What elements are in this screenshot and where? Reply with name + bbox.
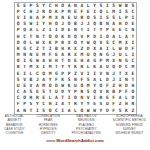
word-list-column-1: ANTISOCIALANXIETYBEHAVIORCASE STUDYCOGNI… [4,115,25,137]
word-search-grid: SEPSYCHOANALYSISWBSPCHJROKPMEFEIQLMISCVI… [14,2,137,115]
footer-url-prefix: www. [46,138,56,143]
word-list-column-3: IVAN PAVLOVNEUROSISPLACEBOPSYCHIATRYPSYC… [72,115,101,137]
word-item: PSYCHOANALYSIS [72,132,101,135]
word-item: IDENTITY [41,132,56,135]
word-item: WILHELM WUNDT [116,132,144,135]
footer: www.WordSearchAddict.com [0,139,150,143]
word-list-column-2: CORRELATIONFEARHORMONESHYPNOSISIDENTITY [37,115,60,137]
word-list-column-4: SCHIZOPHRENIASCIENTIFIC METHODSIGMUND FR… [113,115,146,137]
word-item: COGNITIVE [5,132,23,135]
word-list: ANTISOCIALANXIETYBEHAVIORCASE STUDYCOGNI… [2,115,148,137]
word-search-page: SEPSYCHOANALYSISWBSPCHJROKPMEFEIQLMISCVI… [0,0,150,150]
footer-site-link[interactable]: WordSearchAddict.com [56,138,103,143]
